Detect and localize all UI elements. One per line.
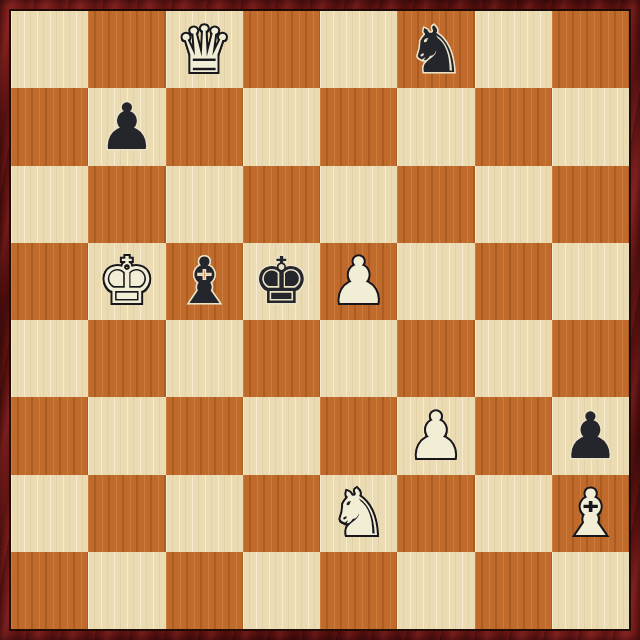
board-frame: ♛♛♞♞♟♟♚♚♝♝♚♚♟♟♟♟♟♟♞♞♝♝ [0,0,640,640]
square-e6[interactable] [320,166,397,243]
square-g6[interactable] [475,166,552,243]
square-b1[interactable] [88,552,165,629]
black-pawn-icon: ♟ [552,397,629,474]
piece-black-pawn[interactable]: ♟♟ [552,397,629,474]
piece-white-knight[interactable]: ♞♞ [320,475,397,552]
square-e8[interactable] [320,11,397,88]
white-pawn-icon: ♟ [320,243,397,320]
square-d4[interactable] [243,320,320,397]
square-b4[interactable] [88,320,165,397]
square-c5[interactable]: ♝♝ [166,243,243,320]
square-f6[interactable] [397,166,474,243]
square-b8[interactable] [88,11,165,88]
piece-white-pawn[interactable]: ♟♟ [397,397,474,474]
square-d3[interactable] [243,397,320,474]
square-c3[interactable] [166,397,243,474]
square-f3[interactable]: ♟♟ [397,397,474,474]
square-g4[interactable] [475,320,552,397]
square-b3[interactable] [88,397,165,474]
square-f2[interactable] [397,475,474,552]
black-bishop-icon: ♝ [166,243,243,320]
square-b6[interactable] [88,166,165,243]
square-h7[interactable] [552,88,629,165]
square-a1[interactable] [11,552,88,629]
square-h3[interactable]: ♟♟ [552,397,629,474]
square-d5[interactable]: ♚♚ [243,243,320,320]
square-g3[interactable] [475,397,552,474]
white-queen-icon: ♛ [166,11,243,88]
square-c1[interactable] [166,552,243,629]
square-e1[interactable] [320,552,397,629]
square-d8[interactable] [243,11,320,88]
square-g1[interactable] [475,552,552,629]
piece-white-king[interactable]: ♚♚ [88,243,165,320]
square-h1[interactable] [552,552,629,629]
square-c4[interactable] [166,320,243,397]
square-h6[interactable] [552,166,629,243]
square-c2[interactable] [166,475,243,552]
square-a8[interactable] [11,11,88,88]
square-c7[interactable] [166,88,243,165]
square-h4[interactable] [552,320,629,397]
piece-white-queen[interactable]: ♛♛ [166,11,243,88]
square-f7[interactable] [397,88,474,165]
square-e2[interactable]: ♞♞ [320,475,397,552]
square-e4[interactable] [320,320,397,397]
square-f4[interactable] [397,320,474,397]
square-e3[interactable] [320,397,397,474]
white-knight-icon: ♞ [320,475,397,552]
square-a3[interactable] [11,397,88,474]
square-h8[interactable] [552,11,629,88]
square-e7[interactable] [320,88,397,165]
square-a5[interactable] [11,243,88,320]
square-g2[interactable] [475,475,552,552]
white-pawn-icon: ♟ [397,397,474,474]
black-pawn-icon: ♟ [88,88,165,165]
piece-black-king[interactable]: ♚♚ [243,243,320,320]
square-g5[interactable] [475,243,552,320]
square-b5[interactable]: ♚♚ [88,243,165,320]
piece-white-bishop[interactable]: ♝♝ [552,475,629,552]
square-h5[interactable] [552,243,629,320]
square-c8[interactable]: ♛♛ [166,11,243,88]
square-f1[interactable] [397,552,474,629]
square-c6[interactable] [166,166,243,243]
chess-board: ♛♛♞♞♟♟♚♚♝♝♚♚♟♟♟♟♟♟♞♞♝♝ [9,9,631,631]
square-a7[interactable] [11,88,88,165]
square-f8[interactable]: ♞♞ [397,11,474,88]
square-h2[interactable]: ♝♝ [552,475,629,552]
square-f5[interactable] [397,243,474,320]
square-d7[interactable] [243,88,320,165]
square-a6[interactable] [11,166,88,243]
white-king-icon: ♚ [88,243,165,320]
square-b7[interactable]: ♟♟ [88,88,165,165]
square-e5[interactable]: ♟♟ [320,243,397,320]
piece-white-pawn[interactable]: ♟♟ [320,243,397,320]
square-g8[interactable] [475,11,552,88]
white-bishop-icon: ♝ [552,475,629,552]
black-knight-icon: ♞ [397,11,474,88]
black-king-icon: ♚ [243,243,320,320]
square-d2[interactable] [243,475,320,552]
square-g7[interactable] [475,88,552,165]
square-a2[interactable] [11,475,88,552]
square-a4[interactable] [11,320,88,397]
square-d1[interactable] [243,552,320,629]
piece-black-knight[interactable]: ♞♞ [397,11,474,88]
square-b2[interactable] [88,475,165,552]
square-d6[interactable] [243,166,320,243]
piece-black-bishop[interactable]: ♝♝ [166,243,243,320]
piece-black-pawn[interactable]: ♟♟ [88,88,165,165]
